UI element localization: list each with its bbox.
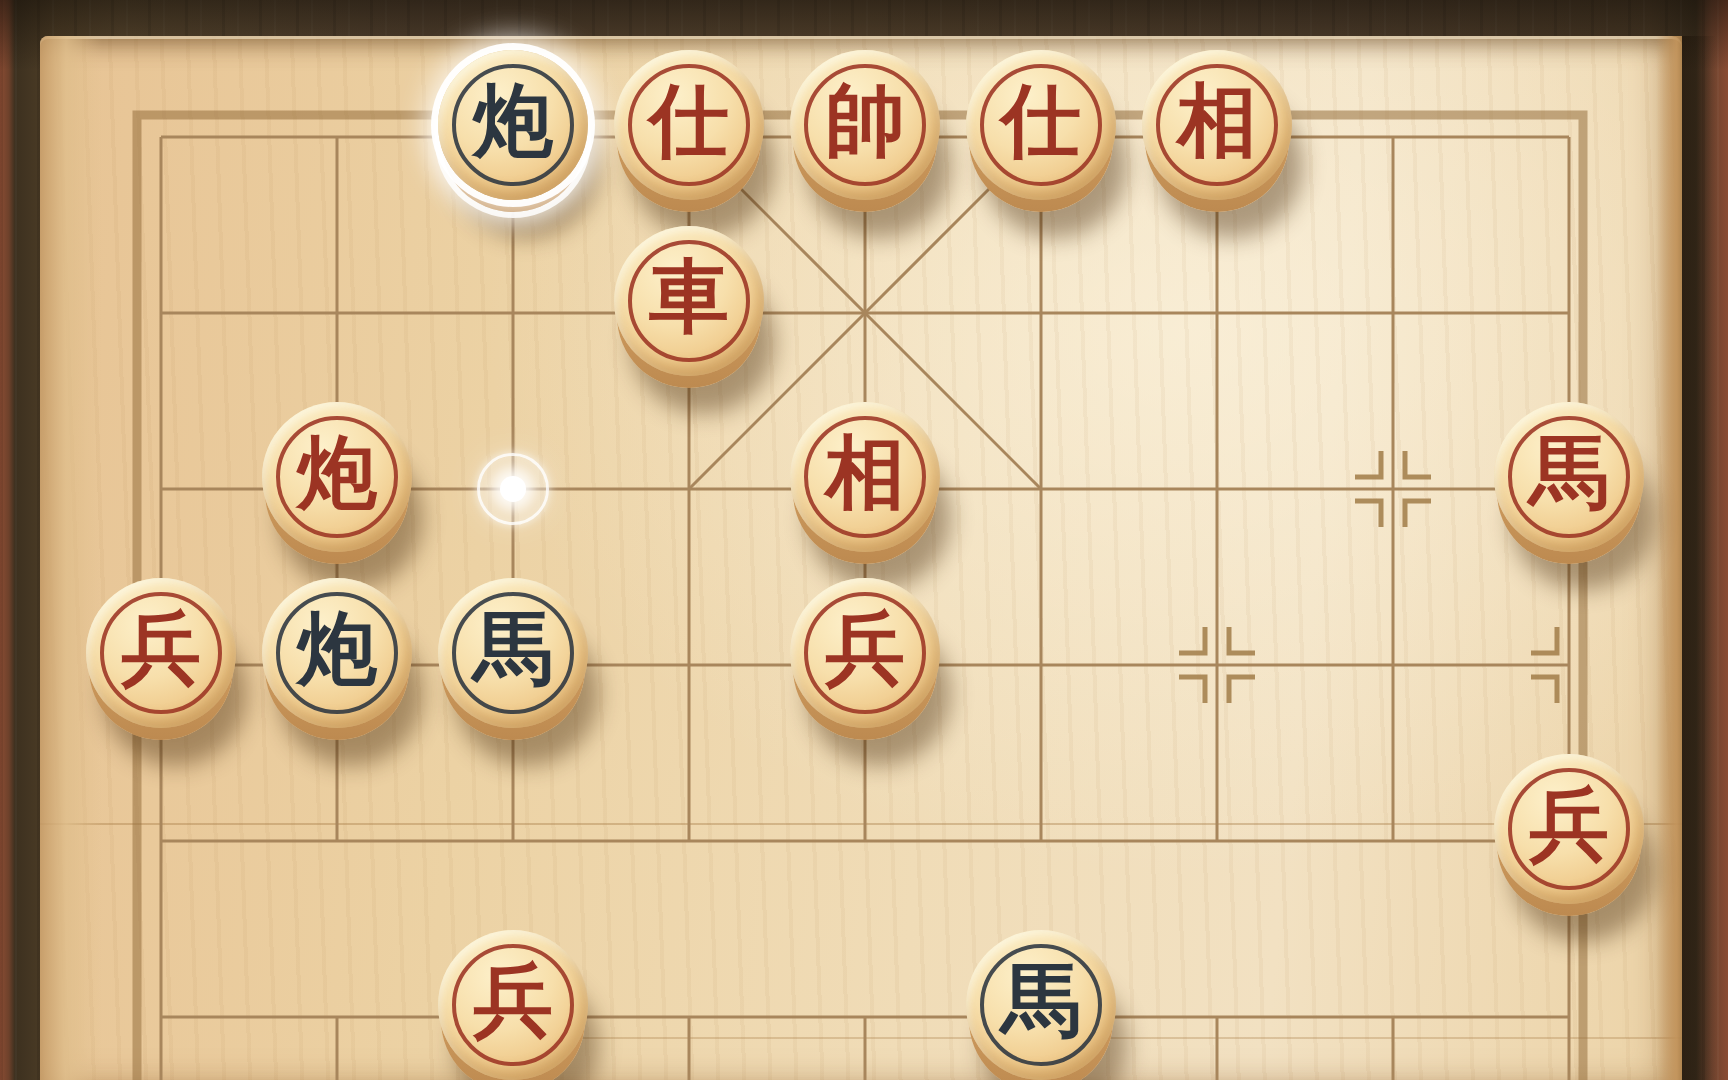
piece-red-advisor[interactable]: 仕 <box>614 50 764 214</box>
pieces-layer: 炮仕帥仕相車炮相馬兵炮馬兵兵兵馬 <box>0 0 1728 1080</box>
piece-red-soldier[interactable]: 兵 <box>438 930 588 1080</box>
piece-face: 相 <box>790 402 940 552</box>
piece-black-cannon[interactable]: 炮 <box>438 50 588 214</box>
piece-face: 馬 <box>438 578 588 728</box>
piece-red-horse[interactable]: 馬 <box>1494 402 1644 566</box>
piece-character: 炮 <box>262 399 412 549</box>
piece-red-soldier[interactable]: 兵 <box>790 578 940 742</box>
piece-face: 帥 <box>790 50 940 200</box>
piece-character: 兵 <box>438 927 588 1077</box>
piece-face: 相 <box>1142 50 1292 200</box>
piece-black-cannon[interactable]: 炮 <box>262 578 412 742</box>
piece-face: 炮 <box>262 402 412 552</box>
piece-character: 炮 <box>438 47 588 197</box>
piece-character: 馬 <box>1494 399 1644 549</box>
piece-character: 馬 <box>438 575 588 725</box>
piece-face: 仕 <box>966 50 1116 200</box>
origin-glow-icon <box>500 476 526 502</box>
piece-character: 相 <box>790 399 940 549</box>
piece-red-soldier[interactable]: 兵 <box>1494 754 1644 918</box>
piece-red-advisor[interactable]: 仕 <box>966 50 1116 214</box>
piece-red-soldier[interactable]: 兵 <box>86 578 236 742</box>
piece-face: 炮 <box>438 50 588 200</box>
piece-character: 兵 <box>790 575 940 725</box>
piece-character: 帥 <box>790 47 940 197</box>
last-move-origin-marker <box>473 449 553 529</box>
piece-face: 兵 <box>86 578 236 728</box>
piece-character: 馬 <box>966 927 1116 1077</box>
piece-black-horse[interactable]: 馬 <box>966 930 1116 1080</box>
piece-red-general[interactable]: 帥 <box>790 50 940 214</box>
piece-character: 仕 <box>966 47 1116 197</box>
piece-red-elephant[interactable]: 相 <box>1142 50 1292 214</box>
piece-character: 相 <box>1142 47 1292 197</box>
piece-character: 兵 <box>86 575 236 725</box>
piece-black-horse[interactable]: 馬 <box>438 578 588 742</box>
piece-face: 炮 <box>262 578 412 728</box>
piece-character: 車 <box>614 223 764 373</box>
piece-red-elephant[interactable]: 相 <box>790 402 940 566</box>
piece-face: 仕 <box>614 50 764 200</box>
piece-red-cannon[interactable]: 炮 <box>262 402 412 566</box>
piece-face: 馬 <box>966 930 1116 1080</box>
piece-face: 兵 <box>438 930 588 1080</box>
piece-face: 車 <box>614 226 764 376</box>
piece-character: 仕 <box>614 47 764 197</box>
piece-red-chariot[interactable]: 車 <box>614 226 764 390</box>
piece-face: 兵 <box>790 578 940 728</box>
piece-character: 兵 <box>1494 751 1644 901</box>
piece-face: 兵 <box>1494 754 1644 904</box>
piece-character: 炮 <box>262 575 412 725</box>
piece-face: 馬 <box>1494 402 1644 552</box>
